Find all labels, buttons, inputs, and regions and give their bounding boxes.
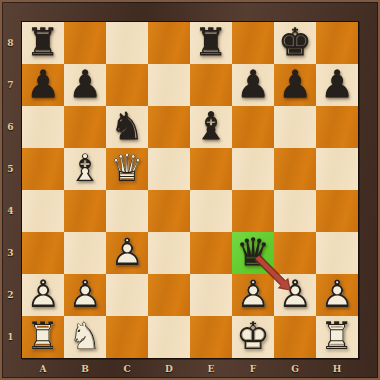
black-queen[interactable]: ♛: [232, 232, 274, 274]
square-e6[interactable]: ♝: [190, 106, 232, 148]
square-f5[interactable]: [232, 148, 274, 190]
square-c2[interactable]: [106, 274, 148, 316]
square-d2[interactable]: [148, 274, 190, 316]
square-c7[interactable]: [106, 64, 148, 106]
piece-glyph-fill: ♛: [232, 231, 274, 273]
square-a6[interactable]: [22, 106, 64, 148]
square-a3[interactable]: [22, 232, 64, 274]
square-f4[interactable]: [232, 190, 274, 232]
rank-label-6: 6: [0, 106, 21, 148]
white-pawn[interactable]: ♟♙: [274, 274, 316, 316]
square-c6[interactable]: ♞: [106, 106, 148, 148]
square-c8[interactable]: [106, 22, 148, 64]
square-f3[interactable]: ♛: [232, 232, 274, 274]
square-h5[interactable]: [316, 148, 358, 190]
piece-glyph-outline: ♙: [232, 273, 274, 315]
square-h1[interactable]: ♜♖: [316, 316, 358, 358]
piece-glyph-fill: ♞: [106, 105, 148, 147]
white-queen[interactable]: ♛♕: [106, 148, 148, 190]
chessboard-window: 87654321 ABCDEFGH ♜♜♚♟♟♟♟♟♞♝♝♗♛♕♟♙♛♟♙♟♙♟…: [0, 0, 380, 380]
rank-label-3: 3: [0, 232, 21, 274]
black-bishop[interactable]: ♝: [190, 106, 232, 148]
square-h8[interactable]: [316, 22, 358, 64]
square-a5[interactable]: [22, 148, 64, 190]
square-e8[interactable]: ♜: [190, 22, 232, 64]
piece-glyph-fill: ♚: [274, 21, 316, 63]
square-a4[interactable]: [22, 190, 64, 232]
square-h6[interactable]: [316, 106, 358, 148]
piece-glyph-outline: ♖: [316, 315, 358, 357]
piece-glyph-fill: ♜: [22, 21, 64, 63]
black-pawn[interactable]: ♟: [64, 64, 106, 106]
piece-glyph-fill: ♟: [64, 63, 106, 105]
white-knight[interactable]: ♞♘: [64, 316, 106, 358]
square-b2[interactable]: ♟♙: [64, 274, 106, 316]
square-b7[interactable]: ♟: [64, 64, 106, 106]
file-label-h: H: [316, 359, 358, 379]
file-label-g: G: [274, 359, 316, 379]
rank-label-4: 4: [0, 190, 21, 232]
black-pawn[interactable]: ♟: [316, 64, 358, 106]
square-h4[interactable]: [316, 190, 358, 232]
square-a8[interactable]: ♜: [22, 22, 64, 64]
piece-glyph-fill: ♟: [232, 63, 274, 105]
square-c4[interactable]: [106, 190, 148, 232]
piece-glyph-outline: ♙: [316, 273, 358, 315]
black-king[interactable]: ♚: [274, 22, 316, 64]
square-d7[interactable]: [148, 64, 190, 106]
square-c3[interactable]: ♟♙: [106, 232, 148, 274]
square-c1[interactable]: [106, 316, 148, 358]
white-rook[interactable]: ♜♖: [316, 316, 358, 358]
square-f1[interactable]: ♚♔: [232, 316, 274, 358]
white-king[interactable]: ♚♔: [232, 316, 274, 358]
square-g8[interactable]: ♚: [274, 22, 316, 64]
piece-glyph-outline: ♕: [106, 147, 148, 189]
square-b6[interactable]: [64, 106, 106, 148]
square-f2[interactable]: ♟♙: [232, 274, 274, 316]
file-label-b: B: [64, 359, 106, 379]
square-d4[interactable]: [148, 190, 190, 232]
black-pawn[interactable]: ♟: [274, 64, 316, 106]
piece-glyph-outline: ♙: [274, 273, 316, 315]
piece-glyph-fill: ♟: [22, 63, 64, 105]
square-d8[interactable]: [148, 22, 190, 64]
square-g2[interactable]: ♟♙: [274, 274, 316, 316]
square-e1[interactable]: [190, 316, 232, 358]
white-rook[interactable]: ♜♖: [22, 316, 64, 358]
rank-label-2: 2: [0, 274, 21, 316]
file-label-e: E: [190, 359, 232, 379]
piece-glyph-outline: ♘: [64, 315, 106, 357]
piece-glyph-outline: ♙: [106, 231, 148, 273]
white-pawn[interactable]: ♟♙: [316, 274, 358, 316]
rank-label-5: 5: [0, 148, 21, 190]
square-d6[interactable]: [148, 106, 190, 148]
black-knight[interactable]: ♞: [106, 106, 148, 148]
square-b5[interactable]: ♝♗: [64, 148, 106, 190]
piece-glyph-fill: ♝: [190, 105, 232, 147]
black-rook[interactable]: ♜: [22, 22, 64, 64]
piece-glyph-outline: ♖: [22, 315, 64, 357]
square-c5[interactable]: ♛♕: [106, 148, 148, 190]
square-d5[interactable]: [148, 148, 190, 190]
square-b4[interactable]: [64, 190, 106, 232]
piece-glyph-outline: ♙: [64, 273, 106, 315]
piece-glyph-outline: ♗: [64, 147, 106, 189]
piece-glyph-fill: ♟: [274, 63, 316, 105]
square-a2[interactable]: ♟♙: [22, 274, 64, 316]
square-f8[interactable]: [232, 22, 274, 64]
black-pawn[interactable]: ♟: [22, 64, 64, 106]
square-e5[interactable]: [190, 148, 232, 190]
piece-glyph-fill: ♟: [316, 63, 358, 105]
square-e7[interactable]: [190, 64, 232, 106]
black-pawn[interactable]: ♟: [232, 64, 274, 106]
square-b1[interactable]: ♞♘: [64, 316, 106, 358]
square-h2[interactable]: ♟♙: [316, 274, 358, 316]
black-rook[interactable]: ♜: [190, 22, 232, 64]
square-g4[interactable]: [274, 190, 316, 232]
square-e3[interactable]: [190, 232, 232, 274]
file-label-f: F: [232, 359, 274, 379]
square-g6[interactable]: [274, 106, 316, 148]
square-g3[interactable]: [274, 232, 316, 274]
piece-glyph-outline: ♔: [232, 315, 274, 357]
square-d3[interactable]: [148, 232, 190, 274]
white-pawn[interactable]: ♟♙: [64, 274, 106, 316]
piece-glyph-outline: ♙: [22, 273, 64, 315]
file-label-c: C: [106, 359, 148, 379]
rank-label-1: 1: [0, 316, 21, 358]
square-f7[interactable]: ♟: [232, 64, 274, 106]
square-e2[interactable]: [190, 274, 232, 316]
white-bishop[interactable]: ♝♗: [64, 148, 106, 190]
square-g7[interactable]: ♟: [274, 64, 316, 106]
white-pawn[interactable]: ♟♙: [232, 274, 274, 316]
file-label-d: D: [148, 359, 190, 379]
white-pawn[interactable]: ♟♙: [106, 232, 148, 274]
square-e4[interactable]: [190, 190, 232, 232]
square-f6[interactable]: [232, 106, 274, 148]
square-b8[interactable]: [64, 22, 106, 64]
square-a1[interactable]: ♜♖: [22, 316, 64, 358]
square-d1[interactable]: [148, 316, 190, 358]
rank-label-7: 7: [0, 64, 21, 106]
square-g5[interactable]: [274, 148, 316, 190]
chess-board[interactable]: ♜♜♚♟♟♟♟♟♞♝♝♗♛♕♟♙♛♟♙♟♙♟♙♟♙♟♙♜♖♞♘♚♔♜♖: [21, 21, 359, 359]
rank-label-8: 8: [0, 22, 21, 64]
square-h3[interactable]: [316, 232, 358, 274]
square-g1[interactable]: [274, 316, 316, 358]
file-label-a: A: [22, 359, 64, 379]
square-h7[interactable]: ♟: [316, 64, 358, 106]
piece-glyph-fill: ♜: [190, 21, 232, 63]
square-a7[interactable]: ♟: [22, 64, 64, 106]
white-pawn[interactable]: ♟♙: [22, 274, 64, 316]
square-b3[interactable]: [64, 232, 106, 274]
